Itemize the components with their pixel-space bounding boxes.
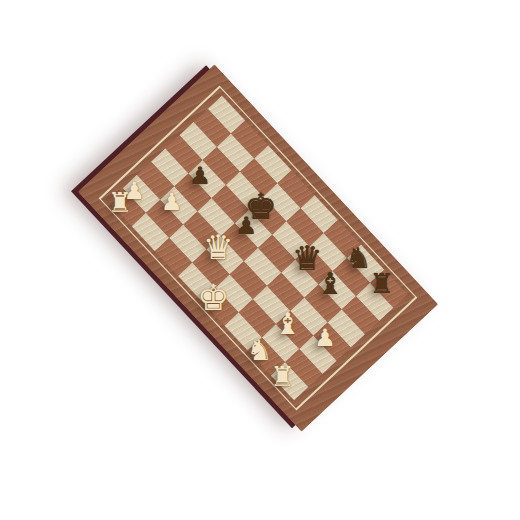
piece-dark-rook-h8[interactable]: ♜ [365, 270, 399, 297]
piece-dark-bishop-g6[interactable]: ♝ [313, 269, 347, 299]
piece-white-rook-a1[interactable]: ♜ [103, 189, 137, 216]
chess-board: ♞♜♚♛♝♟♟♟♟♛♝♟♜♚♞♜ [78, 64, 438, 431]
piece-white-rook-h1[interactable]: ♜ [266, 363, 300, 390]
photo-scene: ♞♜♚♛♝♟♟♟♟♛♝♟♜♚♞♜ [0, 0, 520, 520]
piece-white-queen-d3[interactable]: ♛ [201, 230, 235, 264]
piece-white-pawn-h4[interactable]: ♟ [308, 326, 342, 350]
piece-white-pawn-b3[interactable]: ♟ [155, 190, 189, 214]
piece-white-king-e1[interactable]: ♚ [196, 280, 230, 316]
piece-dark-pawn-b5[interactable]: ♟ [183, 164, 217, 188]
piece-white-bishop-g3[interactable]: ♝ [271, 309, 305, 339]
board-grid: ♞♜♚♛♝♟♟♟♟♛♝♟♜♚♞♜ [109, 96, 408, 401]
